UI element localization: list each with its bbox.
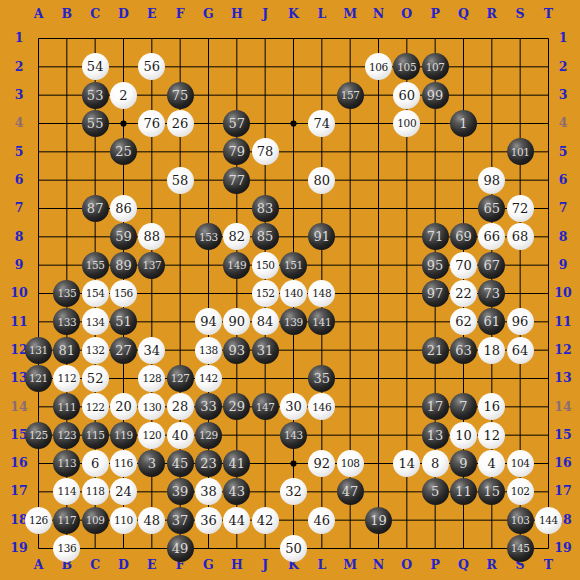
- stone-white: 94: [195, 308, 222, 335]
- stone-black: 149: [223, 252, 250, 279]
- stone-black: 139: [280, 308, 307, 335]
- stone-white: 90: [223, 308, 250, 335]
- stone-white: 58: [167, 167, 194, 194]
- move-number: 64: [512, 344, 529, 357]
- stone-white: 18: [478, 337, 505, 364]
- stone-black: 45: [167, 450, 194, 477]
- stone-black: 55: [82, 110, 109, 137]
- move-number: 121: [29, 373, 48, 384]
- stone-white: 64: [507, 337, 534, 364]
- stone-black: 97: [422, 280, 449, 307]
- stone-white: 150: [252, 252, 279, 279]
- move-number: 76: [144, 117, 161, 130]
- stone-black: 67: [478, 252, 505, 279]
- stone-black: 125: [25, 422, 52, 449]
- move-number: 69: [455, 230, 472, 243]
- stone-black: 145: [507, 535, 534, 562]
- move-number: 35: [313, 372, 330, 385]
- move-number: 31: [257, 344, 274, 357]
- move-number: 17: [427, 400, 444, 413]
- stone-black: 151: [280, 252, 307, 279]
- stone-black: 27: [110, 337, 137, 364]
- move-number: 60: [398, 89, 415, 102]
- move-number: 1: [459, 117, 467, 130]
- stone-black: 47: [337, 478, 364, 505]
- stone-black: 127: [167, 365, 194, 392]
- move-number: 83: [257, 202, 274, 215]
- move-number: 22: [455, 287, 472, 300]
- stone-black: 77: [223, 167, 250, 194]
- stone-white: 140: [280, 280, 307, 307]
- move-number: 80: [313, 174, 330, 187]
- move-number: 142: [199, 373, 218, 384]
- stone-black: 121: [25, 365, 52, 392]
- move-number: 43: [229, 485, 246, 498]
- stone-white: 2: [110, 82, 137, 109]
- stone-black: 91: [308, 223, 335, 250]
- move-number: 117: [57, 515, 76, 526]
- stone-white: 74: [308, 110, 335, 137]
- move-number: 111: [57, 402, 76, 413]
- move-number: 46: [313, 514, 330, 527]
- stone-black: 11: [450, 478, 477, 505]
- stone-black: 81: [53, 337, 80, 364]
- stone-black: 95: [422, 252, 449, 279]
- stone-white: 14: [393, 450, 420, 477]
- move-number: 54: [87, 60, 104, 73]
- stone-black: 1: [450, 110, 477, 137]
- stone-white: 30: [280, 393, 307, 420]
- stone-white: 88: [138, 223, 165, 250]
- stone-black: 17: [422, 393, 449, 420]
- stone-white: 130: [138, 393, 165, 420]
- move-number: 72: [512, 202, 529, 215]
- stone-black: 13: [422, 422, 449, 449]
- move-number: 41: [229, 457, 246, 470]
- move-number: 89: [115, 259, 132, 272]
- stone-white: 70: [450, 252, 477, 279]
- move-number: 137: [142, 260, 161, 271]
- move-number: 6: [91, 457, 99, 470]
- stone-white: 112: [53, 365, 80, 392]
- move-number: 11: [455, 485, 472, 498]
- stone-white: 22: [450, 280, 477, 307]
- move-number: 92: [313, 457, 330, 470]
- stone-black: 141: [308, 308, 335, 335]
- stone-white: 72: [507, 195, 534, 222]
- stone-white: 38: [195, 478, 222, 505]
- stone-black: 49: [167, 535, 194, 562]
- move-number: 119: [114, 430, 133, 441]
- stone-white: 146: [308, 393, 335, 420]
- move-number: 44: [229, 514, 246, 527]
- stone-white: 120: [138, 422, 165, 449]
- stone-black: 135: [53, 280, 80, 307]
- stone-white: 56: [138, 53, 165, 80]
- move-number: 7: [459, 400, 467, 413]
- stone-white: 54: [82, 53, 109, 80]
- move-number: 47: [342, 485, 359, 498]
- stone-black: 111: [53, 393, 80, 420]
- stone-white: 98: [478, 167, 505, 194]
- move-number: 30: [285, 400, 302, 413]
- move-number: 33: [200, 400, 217, 413]
- move-number: 99: [427, 89, 444, 102]
- move-number: 79: [229, 145, 246, 158]
- move-number: 51: [115, 315, 132, 328]
- move-number: 103: [511, 515, 530, 526]
- stone-white: 8: [422, 450, 449, 477]
- stone-white: 68: [507, 223, 534, 250]
- move-number: 156: [114, 288, 133, 299]
- stone-black: 155: [82, 252, 109, 279]
- stone-black: 133: [53, 308, 80, 335]
- move-number: 128: [142, 373, 161, 384]
- stone-white: 156: [110, 280, 137, 307]
- stone-black: 105: [393, 53, 420, 80]
- move-number: 14: [398, 457, 415, 470]
- move-number: 100: [397, 118, 416, 129]
- stone-black: 73: [478, 280, 505, 307]
- stone-white: 92: [308, 450, 335, 477]
- stone-white: 50: [280, 535, 307, 562]
- stone-black: 71: [422, 223, 449, 250]
- stone-black: 51: [110, 308, 137, 335]
- stone-black: 101: [507, 138, 534, 165]
- move-number: 136: [57, 543, 76, 554]
- move-number: 34: [144, 344, 161, 357]
- stone-white: 36: [195, 507, 222, 534]
- stone-black: 93: [223, 337, 250, 364]
- move-number: 57: [229, 117, 246, 130]
- stone-white: 152: [252, 280, 279, 307]
- stone-white: 10: [450, 422, 477, 449]
- move-number: 81: [59, 344, 76, 357]
- move-number: 130: [142, 402, 161, 413]
- stone-black: 33: [195, 393, 222, 420]
- move-number: 63: [455, 344, 472, 357]
- move-number: 106: [369, 62, 388, 73]
- move-number: 18: [483, 344, 500, 357]
- stone-black: 39: [167, 478, 194, 505]
- move-number: 154: [86, 288, 105, 299]
- move-number: 86: [115, 202, 132, 215]
- move-number: 96: [512, 315, 529, 328]
- move-number: 62: [455, 315, 472, 328]
- stone-black: 57: [223, 110, 250, 137]
- stone-white: 42: [252, 507, 279, 534]
- move-number: 129: [199, 430, 218, 441]
- stone-black: 7: [450, 393, 477, 420]
- move-number: 26: [172, 117, 189, 130]
- stone-black: 87: [82, 195, 109, 222]
- stone-white: 76: [138, 110, 165, 137]
- stone-black: 143: [280, 422, 307, 449]
- move-number: 45: [172, 457, 189, 470]
- move-number: 112: [57, 373, 76, 384]
- move-number: 38: [200, 485, 217, 498]
- move-number: 77: [229, 174, 246, 187]
- stone-black: 113: [53, 450, 80, 477]
- stone-black: 131: [25, 337, 52, 364]
- stone-black: 59: [110, 223, 137, 250]
- stone-white: 102: [507, 478, 534, 505]
- stone-white: 114: [53, 478, 80, 505]
- stone-black: 15: [478, 478, 505, 505]
- stone-black: 43: [223, 478, 250, 505]
- stone-white: 34: [138, 337, 165, 364]
- stone-white: 154: [82, 280, 109, 307]
- move-number: 13: [427, 429, 444, 442]
- move-number: 39: [172, 485, 189, 498]
- move-number: 132: [86, 345, 105, 356]
- move-number: 68: [512, 230, 529, 243]
- move-number: 82: [229, 230, 246, 243]
- move-number: 88: [144, 230, 161, 243]
- stone-white: 116: [110, 450, 137, 477]
- move-number: 16: [483, 400, 500, 413]
- stone-white: 44: [223, 507, 250, 534]
- stone-white: 134: [82, 308, 109, 335]
- stone-black: 115: [82, 422, 109, 449]
- move-number: 70: [455, 259, 472, 272]
- move-number: 153: [199, 232, 218, 243]
- stone-black: 29: [223, 393, 250, 420]
- stone-black: 23: [195, 450, 222, 477]
- stone-white: 12: [478, 422, 505, 449]
- stone-white: 118: [82, 478, 109, 505]
- stone-white: 110: [110, 507, 137, 534]
- move-number: 134: [86, 317, 105, 328]
- stone-black: 103: [507, 507, 534, 534]
- stone-white: 106: [365, 53, 392, 80]
- move-number: 113: [57, 458, 76, 469]
- stone-white: 82: [223, 223, 250, 250]
- stone-white: 46: [308, 507, 335, 534]
- stone-black: 119: [110, 422, 137, 449]
- stone-white: 52: [82, 365, 109, 392]
- stone-white: 78: [252, 138, 279, 165]
- move-number: 85: [257, 230, 274, 243]
- stone-white: 132: [82, 337, 109, 364]
- stone-white: 40: [167, 422, 194, 449]
- stone-white: 86: [110, 195, 137, 222]
- move-number: 74: [313, 117, 330, 130]
- stone-white: 20: [110, 393, 137, 420]
- move-number: 123: [57, 430, 76, 441]
- stone-white: 138: [195, 337, 222, 364]
- move-number: 84: [257, 315, 274, 328]
- stone-black: 5: [422, 478, 449, 505]
- move-number: 108: [341, 458, 360, 469]
- move-number: 78: [257, 145, 274, 158]
- stone-black: 89: [110, 252, 137, 279]
- stone-black: 61: [478, 308, 505, 335]
- move-number: 122: [86, 402, 105, 413]
- move-number: 145: [511, 543, 530, 554]
- move-number: 56: [144, 60, 161, 73]
- move-number: 32: [285, 485, 302, 498]
- move-number: 125: [29, 430, 48, 441]
- stone-black: 147: [252, 393, 279, 420]
- move-number: 75: [172, 89, 189, 102]
- stone-black: 25: [110, 138, 137, 165]
- move-number: 126: [29, 515, 48, 526]
- move-number: 67: [483, 259, 500, 272]
- move-number: 52: [87, 372, 104, 385]
- stone-white: 28: [167, 393, 194, 420]
- move-number: 151: [284, 260, 303, 271]
- stone-black: 99: [422, 82, 449, 109]
- stone-black: 85: [252, 223, 279, 250]
- stone-black: 31: [252, 337, 279, 364]
- stone-white: 26: [167, 110, 194, 137]
- move-number: 42: [257, 514, 274, 527]
- move-number: 118: [86, 486, 105, 497]
- move-number: 135: [57, 288, 76, 299]
- move-number: 29: [229, 400, 246, 413]
- move-number: 138: [199, 345, 218, 356]
- move-number: 146: [312, 402, 331, 413]
- move-number: 120: [142, 430, 161, 441]
- move-number: 48: [144, 514, 161, 527]
- move-number: 87: [87, 202, 104, 215]
- move-number: 2: [119, 89, 127, 102]
- stone-white: 80: [308, 167, 335, 194]
- move-number: 91: [313, 230, 330, 243]
- move-number: 37: [172, 514, 189, 527]
- stone-black: 83: [252, 195, 279, 222]
- stone-black: 79: [223, 138, 250, 165]
- move-number: 97: [427, 287, 444, 300]
- stone-black: 63: [450, 337, 477, 364]
- stone-white: 104: [507, 450, 534, 477]
- stone-black: 137: [138, 252, 165, 279]
- move-number: 40: [172, 429, 189, 442]
- move-number: 49: [172, 542, 189, 555]
- stone-white: 128: [138, 365, 165, 392]
- stone-white: 6: [82, 450, 109, 477]
- move-number: 5: [431, 485, 439, 498]
- move-number: 144: [539, 515, 558, 526]
- stone-white: 16: [478, 393, 505, 420]
- go-board[interactable]: 1234567891011121314151617181920212223242…: [24, 24, 562, 562]
- move-number: 59: [115, 230, 132, 243]
- stone-white: 108: [337, 450, 364, 477]
- move-number: 95: [427, 259, 444, 272]
- stone-white: 122: [82, 393, 109, 420]
- move-number: 10: [455, 429, 472, 442]
- move-number: 28: [172, 400, 189, 413]
- move-number: 139: [284, 317, 303, 328]
- move-number: 133: [57, 317, 76, 328]
- move-number: 114: [57, 486, 76, 497]
- move-number: 15: [483, 485, 500, 498]
- stone-black: 35: [308, 365, 335, 392]
- stone-black: 117: [53, 507, 80, 534]
- move-number: 71: [427, 230, 444, 243]
- move-number: 73: [483, 287, 500, 300]
- stone-white: 126: [25, 507, 52, 534]
- stone-white: 66: [478, 223, 505, 250]
- move-number: 21: [427, 344, 444, 357]
- move-number: 104: [511, 458, 530, 469]
- move-number: 147: [256, 402, 275, 413]
- move-number: 20: [115, 400, 132, 413]
- stone-black: 19: [365, 507, 392, 534]
- move-number: 110: [114, 515, 133, 526]
- stone-white: 144: [535, 507, 562, 534]
- move-number: 90: [229, 315, 246, 328]
- move-number: 23: [200, 457, 217, 470]
- move-number: 19: [370, 514, 387, 527]
- move-number: 55: [87, 117, 104, 130]
- stone-black: 153: [195, 223, 222, 250]
- stone-black: 129: [195, 422, 222, 449]
- stone-black: 109: [82, 507, 109, 534]
- move-number: 140: [284, 288, 303, 299]
- move-number: 148: [312, 288, 331, 299]
- stone-white: 142: [195, 365, 222, 392]
- move-number: 25: [115, 145, 132, 158]
- move-number: 127: [171, 373, 190, 384]
- move-number: 102: [511, 486, 530, 497]
- stone-black: 9: [450, 450, 477, 477]
- go-game-diagram: ABCDEFGHJKLMNOPQRST ABCDEFGHJKLMNOPQRST …: [0, 0, 580, 580]
- stone-white: 148: [308, 280, 335, 307]
- move-number: 3: [148, 457, 156, 470]
- move-number: 98: [483, 174, 500, 187]
- stone-white: 136: [53, 535, 80, 562]
- move-number: 149: [227, 260, 246, 271]
- move-number: 36: [200, 514, 217, 527]
- move-number: 53: [87, 89, 104, 102]
- stone-black: 21: [422, 337, 449, 364]
- move-number: 12: [483, 429, 500, 442]
- stone-white: 48: [138, 507, 165, 534]
- stone-black: 53: [82, 82, 109, 109]
- move-number: 27: [115, 344, 132, 357]
- move-number: 66: [483, 230, 500, 243]
- move-number: 109: [86, 515, 105, 526]
- stone-black: 75: [167, 82, 194, 109]
- stone-black: 69: [450, 223, 477, 250]
- move-number: 93: [229, 344, 246, 357]
- stone-white: 4: [478, 450, 505, 477]
- move-number: 65: [483, 202, 500, 215]
- move-number: 152: [256, 288, 275, 299]
- move-number: 58: [172, 174, 189, 187]
- move-number: 8: [431, 457, 439, 470]
- move-number: 9: [459, 457, 467, 470]
- move-number: 141: [312, 317, 331, 328]
- stone-white: 32: [280, 478, 307, 505]
- stone-black: 41: [223, 450, 250, 477]
- move-number: 4: [488, 457, 496, 470]
- move-number: 115: [86, 430, 105, 441]
- stone-black: 157: [337, 82, 364, 109]
- move-number: 157: [341, 90, 360, 101]
- move-number: 155: [86, 260, 105, 271]
- move-number: 101: [511, 147, 530, 158]
- move-number: 131: [29, 345, 48, 356]
- stone-white: 60: [393, 82, 420, 109]
- stone-black: 3: [138, 450, 165, 477]
- move-number: 150: [256, 260, 275, 271]
- stone-black: 65: [478, 195, 505, 222]
- stone-black: 107: [422, 53, 449, 80]
- move-number: 61: [483, 315, 500, 328]
